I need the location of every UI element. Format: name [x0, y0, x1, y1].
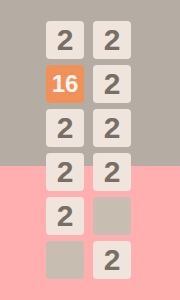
- tile-16: 16: [46, 65, 84, 103]
- tile-2: 2: [46, 197, 84, 235]
- tile-2: 2: [93, 21, 131, 59]
- tile-grid[interactable]: 22162222222: [46, 21, 131, 279]
- tile-2: 2: [93, 65, 131, 103]
- tile-2: 2: [46, 109, 84, 147]
- tile-2: 2: [93, 153, 131, 191]
- tile-2: 2: [46, 21, 84, 59]
- tile-2: 2: [46, 153, 84, 191]
- tile-2: 2: [93, 109, 131, 147]
- empty-cell: [93, 197, 131, 235]
- tile-2: 2: [93, 241, 131, 279]
- game-screen: 22162222222: [0, 0, 180, 300]
- empty-cell: [46, 241, 84, 279]
